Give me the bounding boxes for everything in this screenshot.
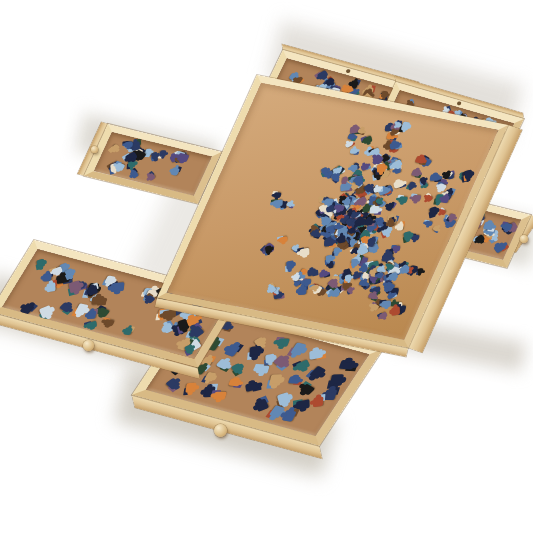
puzzle-piece[interactable] (309, 366, 326, 380)
puzzle-piece[interactable] (360, 235, 369, 244)
puzzle-piece[interactable] (425, 220, 433, 226)
puzzle-piece[interactable] (360, 163, 369, 171)
puzzle-piece[interactable] (411, 195, 421, 202)
drawer-left[interactable] (84, 124, 222, 204)
puzzle-piece[interactable] (110, 144, 120, 153)
puzzle-piece[interactable] (312, 396, 323, 407)
puzzle-piece[interactable] (309, 349, 323, 360)
puzzle-piece[interactable] (20, 303, 35, 315)
puzzle-piece[interactable] (280, 236, 288, 243)
puzzle-piece[interactable] (290, 342, 307, 355)
puzzle-piece[interactable] (398, 196, 408, 203)
puzzle-piece[interactable] (276, 338, 290, 346)
drawer-bed (94, 132, 213, 196)
puzzle-piece[interactable] (334, 247, 341, 254)
puzzle-piece[interactable] (250, 346, 262, 358)
puzzle-piece[interactable] (423, 194, 432, 202)
puzzle-piece[interactable] (377, 163, 385, 173)
puzzle-piece[interactable] (230, 363, 243, 374)
puzzle-piece[interactable] (333, 224, 341, 229)
puzzle-piece[interactable] (474, 235, 485, 245)
puzzle-piece[interactable] (87, 311, 97, 320)
puzzle-piece[interactable] (216, 359, 232, 370)
puzzle-piece[interactable] (330, 375, 344, 387)
puzzle-piece[interactable] (345, 274, 352, 282)
puzzle-piece[interactable] (391, 306, 399, 316)
puzzle-piece[interactable] (46, 283, 55, 293)
puzzle-piece[interactable] (160, 150, 167, 157)
puzzle-piece[interactable] (440, 195, 449, 203)
puzzle-piece[interactable] (273, 192, 282, 198)
puzzle-piece[interactable] (255, 399, 269, 412)
puzzle-piece[interactable] (296, 359, 311, 371)
puzzle-piece[interactable] (256, 366, 270, 374)
puzzle-piece[interactable] (302, 279, 311, 285)
puzzle-piece[interactable] (432, 225, 441, 232)
puzzle-piece[interactable] (380, 91, 388, 99)
puzzle-piece[interactable] (297, 285, 306, 295)
puzzle-piece[interactable] (102, 318, 114, 326)
puzzle-piece[interactable] (69, 280, 81, 293)
puzzle-piece[interactable] (379, 312, 388, 320)
puzzle-piece[interactable] (464, 169, 473, 179)
puzzle-piece[interactable] (59, 302, 73, 313)
puzzle-piece[interactable] (150, 152, 158, 161)
puzzle-piece[interactable] (392, 245, 400, 251)
puzzle-piece[interactable] (285, 260, 293, 270)
puzzle-piece[interactable] (228, 378, 242, 387)
puzzle-piece[interactable] (397, 223, 405, 231)
puzzle-piece[interactable] (408, 182, 417, 190)
drawer-knob-right[interactable] (520, 235, 528, 243)
puzzle-piece[interactable] (36, 258, 45, 268)
puzzle-piece[interactable] (203, 372, 216, 382)
puzzle-piece[interactable] (339, 360, 356, 370)
puzzle-piece[interactable] (299, 248, 309, 257)
puzzle-piece[interactable] (350, 148, 359, 154)
puzzle-piece[interactable] (86, 320, 97, 329)
puzzle-piece[interactable] (297, 399, 310, 410)
puzzle-piece[interactable] (328, 262, 334, 268)
puzzle-piece[interactable] (176, 153, 189, 163)
puzzle-piece[interactable] (130, 170, 140, 180)
puzzle-piece[interactable] (39, 305, 53, 318)
puzzle-piece[interactable] (170, 167, 180, 176)
puzzle-piece[interactable] (114, 162, 125, 171)
puzzle-piece[interactable] (265, 354, 275, 364)
puzzle-piece[interactable] (184, 344, 194, 354)
puzzle-piece[interactable] (338, 235, 345, 244)
drawer-knob-bottom-left[interactable] (83, 340, 94, 351)
drawer-knob-hole (456, 101, 462, 106)
drawer-knob-left[interactable] (91, 146, 98, 153)
puzzle-piece[interactable] (245, 381, 259, 392)
board-surface (167, 83, 499, 340)
puzzle-piece[interactable] (189, 325, 205, 338)
puzzle-piece[interactable] (415, 155, 427, 163)
puzzle-piece[interactable] (363, 136, 373, 145)
puzzle-piece[interactable] (400, 121, 410, 130)
puzzle-piece[interactable] (147, 172, 156, 181)
puzzle-table-photo (0, 0, 533, 533)
puzzle-piece[interactable] (276, 392, 290, 406)
puzzle-piece[interactable] (323, 389, 337, 400)
puzzle-piece[interactable] (224, 343, 241, 356)
puzzle-piece[interactable] (352, 271, 361, 279)
puzzle-piece[interactable] (418, 176, 426, 184)
puzzle-piece[interactable] (309, 230, 319, 238)
puzzle-piece[interactable] (123, 328, 133, 336)
puzzle-piece[interactable] (320, 167, 329, 176)
puzzle-piece[interactable] (357, 128, 365, 134)
puzzle-piece[interactable] (393, 179, 404, 189)
puzzle-piece[interactable] (282, 410, 297, 422)
puzzle-piece[interactable] (213, 391, 227, 399)
puzzle-piece[interactable] (347, 133, 357, 140)
puzzle-piece[interactable] (417, 268, 424, 274)
puzzle-piece[interactable] (124, 141, 132, 148)
puzzle-piece[interactable] (429, 206, 438, 216)
puzzle-piece[interactable] (370, 206, 381, 213)
puzzle-piece[interactable] (324, 238, 334, 246)
puzzle-board (157, 75, 508, 348)
puzzle-piece[interactable] (358, 279, 368, 287)
puzzle-piece[interactable] (166, 378, 181, 390)
puzzle-piece[interactable] (367, 292, 378, 300)
drawer-knob-hole (345, 69, 351, 74)
puzzle-piece[interactable] (269, 374, 283, 385)
puzzle-piece[interactable] (111, 282, 125, 292)
puzzle-piece[interactable] (411, 169, 422, 177)
puzzle-piece[interactable] (92, 296, 105, 304)
puzzle-piece[interactable] (493, 242, 506, 253)
puzzle-piece[interactable] (382, 300, 392, 307)
drawer-knob-bottom-front[interactable] (214, 424, 227, 437)
puzzle-piece[interactable] (186, 383, 198, 393)
puzzle-piece[interactable] (319, 271, 328, 279)
puzzle-piece[interactable] (307, 268, 316, 276)
puzzle-piece[interactable] (97, 307, 111, 317)
puzzle-piece[interactable] (287, 376, 300, 384)
puzzle-piece[interactable] (299, 383, 315, 395)
puzzle-piece[interactable] (429, 174, 440, 181)
